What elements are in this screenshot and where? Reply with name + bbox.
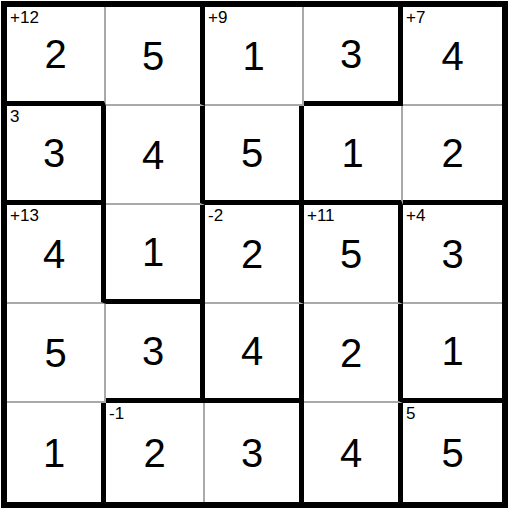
cell-value: 1 bbox=[142, 232, 164, 272]
cell-value: 4 bbox=[43, 234, 65, 274]
cage-clue: +12 bbox=[10, 8, 39, 28]
cell-r5c3[interactable]: 3 bbox=[205, 403, 304, 502]
cell-value: 1 bbox=[242, 36, 264, 76]
cell-value: 3 bbox=[340, 34, 362, 74]
cell-value: 5 bbox=[241, 133, 263, 173]
cell-r5c2[interactable]: -12 bbox=[106, 403, 205, 502]
cell-value: 1 bbox=[441, 331, 463, 371]
cell-r2c4[interactable]: 1 bbox=[304, 106, 403, 205]
cell-value: 4 bbox=[142, 135, 164, 175]
cage-clue: 5 bbox=[406, 404, 415, 424]
cell-value: 2 bbox=[143, 433, 165, 473]
cage-clue: +13 bbox=[10, 206, 39, 226]
cell-r1c1[interactable]: +122 bbox=[7, 7, 106, 106]
cell-r4c2[interactable]: 3 bbox=[106, 304, 205, 403]
cell-value: 3 bbox=[241, 433, 263, 473]
cell-r4c3[interactable]: 4 bbox=[205, 304, 304, 403]
cell-r3c5[interactable]: +43 bbox=[403, 205, 502, 304]
cell-value: 2 bbox=[441, 133, 463, 173]
cell-r1c4[interactable]: 3 bbox=[304, 7, 403, 106]
cell-r2c1[interactable]: 33 bbox=[7, 106, 106, 205]
cell-r1c5[interactable]: +74 bbox=[403, 7, 502, 106]
cell-value: 3 bbox=[142, 331, 164, 371]
puzzle-canvas: +1225+913+74334512+1341-22+115+43534211-… bbox=[0, 0, 511, 511]
cell-r3c2[interactable]: 1 bbox=[106, 205, 205, 304]
cell-r4c4[interactable]: 2 bbox=[304, 304, 403, 403]
cell-r4c5[interactable]: 1 bbox=[403, 304, 502, 403]
cell-r4c1[interactable]: 5 bbox=[7, 304, 106, 403]
cage-clue: +4 bbox=[406, 206, 425, 226]
cell-value: 4 bbox=[241, 331, 263, 371]
cell-value: 2 bbox=[44, 34, 66, 74]
kenken-board: +1225+913+74334512+1341-22+115+43534211-… bbox=[1, 1, 508, 508]
cell-value: 2 bbox=[241, 234, 263, 274]
cell-r5c1[interactable]: 1 bbox=[7, 403, 106, 502]
cage-clue: -2 bbox=[208, 206, 223, 226]
cell-value: 2 bbox=[340, 333, 362, 373]
cell-value: 3 bbox=[43, 133, 65, 173]
cage-clue: -1 bbox=[109, 404, 124, 424]
cell-value: 4 bbox=[441, 36, 463, 76]
cell-value: 3 bbox=[441, 234, 463, 274]
cell-value: 5 bbox=[340, 234, 362, 274]
cell-value: 5 bbox=[44, 333, 66, 373]
cage-clue: +9 bbox=[208, 8, 227, 28]
cage-clue: +7 bbox=[406, 8, 425, 28]
cell-r1c3[interactable]: +91 bbox=[205, 7, 304, 106]
cell-value: 4 bbox=[340, 433, 362, 473]
cell-value: 1 bbox=[43, 433, 65, 473]
cell-value: 5 bbox=[441, 433, 463, 473]
cell-r3c3[interactable]: -22 bbox=[205, 205, 304, 304]
cell-r5c5[interactable]: 55 bbox=[403, 403, 502, 502]
cell-r2c3[interactable]: 5 bbox=[205, 106, 304, 205]
cell-r3c4[interactable]: +115 bbox=[304, 205, 403, 304]
cell-value: 5 bbox=[142, 36, 164, 76]
cell-r5c4[interactable]: 4 bbox=[304, 403, 403, 502]
cage-clue: 3 bbox=[10, 107, 19, 127]
cell-r2c2[interactable]: 4 bbox=[106, 106, 205, 205]
cell-r1c2[interactable]: 5 bbox=[106, 7, 205, 106]
cell-r3c1[interactable]: +134 bbox=[7, 205, 106, 304]
cell-r2c5[interactable]: 2 bbox=[403, 106, 502, 205]
cell-value: 1 bbox=[341, 133, 363, 173]
cage-clue: +11 bbox=[307, 206, 335, 226]
